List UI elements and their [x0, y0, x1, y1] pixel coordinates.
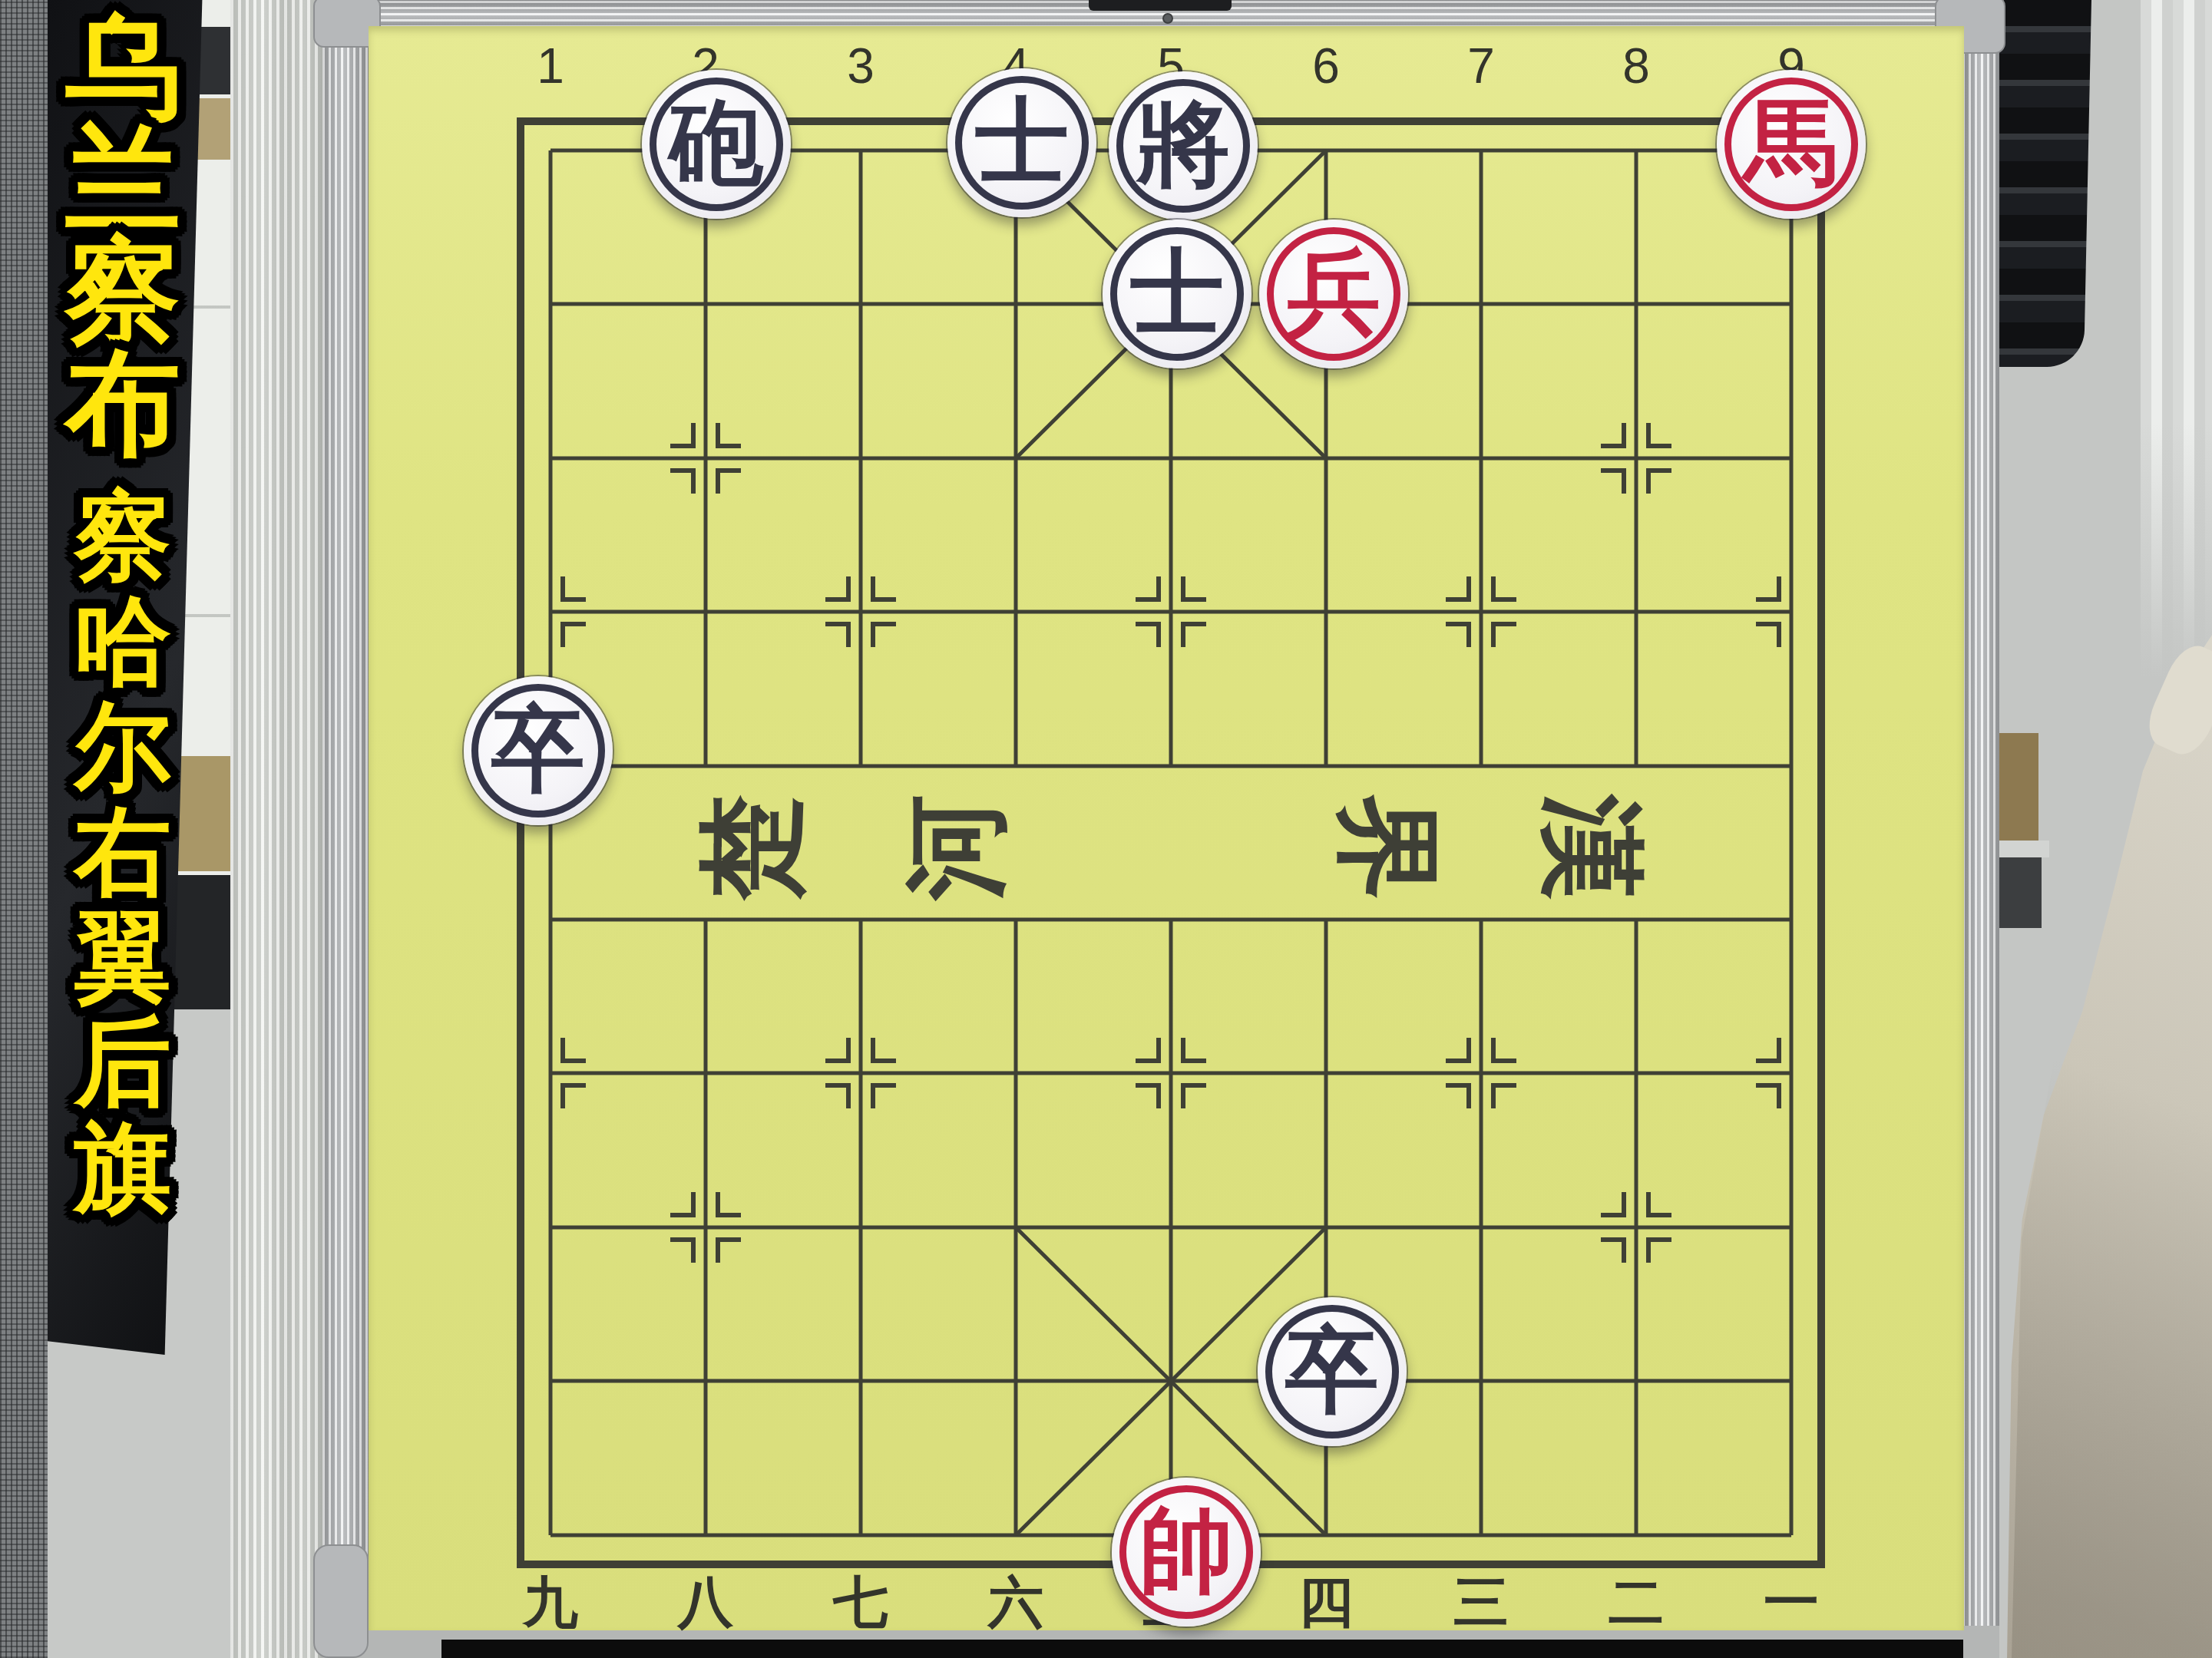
caption-char: 察 [4, 484, 242, 589]
caption-char: 察 [4, 235, 242, 347]
piece-black-advisor[interactable]: 士 [947, 68, 1096, 217]
piece-red-soldier[interactable]: 兵 [1259, 220, 1408, 368]
piece-red-horse[interactable]: 馬 [1717, 70, 1866, 219]
caption-line1: 乌兰察布 [4, 11, 242, 459]
piece-black-soldier[interactable]: 卒 [1258, 1297, 1407, 1446]
louvered-vent [1986, 0, 2091, 367]
marker-tray [441, 1640, 1963, 1658]
board-clip [1089, 0, 1232, 11]
caption-char: 乌 [4, 11, 242, 123]
piece-glyph: 士 [975, 94, 1069, 188]
caption-column: 乌兰察布 察哈尔右翼后旗 [4, 0, 242, 1658]
pieces-grid: 砲士將馬士兵卒卒帥 [473, 74, 1869, 1612]
wall-dark-block [1992, 857, 2042, 928]
wall-gray-strip [1994, 841, 2049, 857]
downpipe-column [230, 0, 322, 1658]
caption-char: 后 [4, 1009, 242, 1115]
piece-black-general[interactable]: 將 [1109, 71, 1258, 220]
caption-char: 旗 [4, 1115, 242, 1220]
piece-glyph: 兵 [1287, 246, 1380, 339]
scene: 123456789九八七六五四三二一楚河界漢 砲士將馬士兵卒卒帥 乌兰察布 察哈… [0, 0, 2212, 1658]
piece-black-cannon[interactable]: 砲 [642, 70, 791, 219]
piece-glyph: 卒 [1285, 1323, 1379, 1417]
board-frame-right [1962, 0, 1999, 1658]
piece-black-advisor[interactable]: 士 [1103, 220, 1251, 368]
caption-char: 右 [4, 799, 242, 904]
caption-line2: 察哈尔右翼后旗 [4, 484, 242, 1220]
wall-tan-block [1994, 733, 2038, 841]
piece-glyph: 將 [1136, 97, 1230, 191]
caption-char: 翼 [4, 904, 242, 1009]
caption-char: 尔 [4, 694, 242, 799]
caption-char: 兰 [4, 123, 242, 235]
caption-char: 哈 [4, 589, 242, 694]
board-frame-left [322, 0, 369, 1658]
screw-icon [1162, 13, 1173, 24]
piece-black-soldier[interactable]: 卒 [464, 676, 613, 825]
piece-glyph: 砲 [670, 96, 763, 190]
piece-red-general[interactable]: 帥 [1112, 1478, 1261, 1627]
curtain-folds [2141, 0, 2212, 706]
piece-glyph: 卒 [491, 702, 585, 796]
caption-char: 布 [4, 347, 242, 459]
frame-corner-cap [313, 1544, 369, 1658]
piece-glyph: 馬 [1744, 96, 1838, 190]
piece-glyph: 帥 [1139, 1504, 1233, 1597]
piece-glyph: 士 [1130, 246, 1224, 339]
